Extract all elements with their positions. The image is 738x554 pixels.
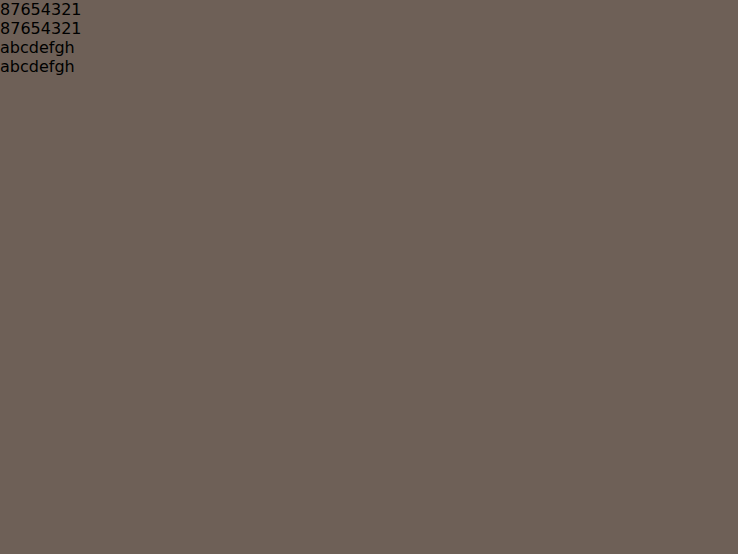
piece-black-queen-d8[interactable]: ♛ <box>0 369 370 515</box>
piece-black-king-e8[interactable]: ♚ <box>0 513 370 554</box>
piece-black-bishop-c8[interactable]: ♝ <box>0 227 372 385</box>
pieces-layer: ♜♞♝♛♚♝♞♜♟♟♟♟♟♟♟♟♟♟♟♟♟♟♟♟♜♞♝♛♚♝♞♜ <box>0 76 738 554</box>
photo-stage: 87654321 87654321 abcdefgh abcdefgh ♜♞♝♛… <box>0 0 738 554</box>
